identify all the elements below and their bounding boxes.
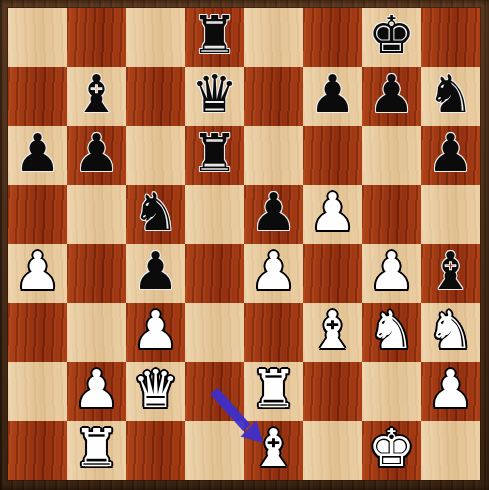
square-b6[interactable]: ♟	[67, 126, 126, 185]
square-g1[interactable]: ♚	[362, 421, 421, 480]
piece-white-knight[interactable]: ♞	[427, 301, 474, 360]
square-f8[interactable]	[303, 8, 362, 67]
square-d5[interactable]	[185, 185, 244, 244]
square-c3[interactable]: ♟	[126, 303, 185, 362]
square-g6[interactable]	[362, 126, 421, 185]
square-h6[interactable]: ♟	[421, 126, 480, 185]
square-g2[interactable]	[362, 362, 421, 421]
square-d6[interactable]: ♜	[185, 126, 244, 185]
piece-black-knight[interactable]: ♞	[132, 183, 179, 242]
square-b7[interactable]: ♝	[67, 67, 126, 126]
square-b1[interactable]: ♜	[67, 421, 126, 480]
square-f3[interactable]: ♝	[303, 303, 362, 362]
piece-white-queen[interactable]: ♛	[132, 360, 179, 419]
square-c6[interactable]	[126, 126, 185, 185]
square-h4[interactable]: ♝	[421, 244, 480, 303]
square-g4[interactable]: ♟	[362, 244, 421, 303]
square-c7[interactable]	[126, 67, 185, 126]
square-a7[interactable]	[8, 67, 67, 126]
square-b5[interactable]	[67, 185, 126, 244]
piece-black-pawn[interactable]: ♟	[427, 124, 474, 183]
piece-white-knight[interactable]: ♞	[368, 301, 415, 360]
piece-white-pawn[interactable]: ♟	[309, 183, 356, 242]
square-e7[interactable]	[244, 67, 303, 126]
piece-white-rook[interactable]: ♜	[250, 360, 297, 419]
square-d8[interactable]: ♜	[185, 8, 244, 67]
piece-white-pawn[interactable]: ♟	[132, 301, 179, 360]
square-c4[interactable]: ♟	[126, 244, 185, 303]
piece-white-king[interactable]: ♚	[368, 419, 415, 478]
square-c5[interactable]: ♞	[126, 185, 185, 244]
square-f1[interactable]	[303, 421, 362, 480]
square-f7[interactable]: ♟	[303, 67, 362, 126]
square-d2[interactable]	[185, 362, 244, 421]
square-e8[interactable]	[244, 8, 303, 67]
square-h8[interactable]	[421, 8, 480, 67]
square-e5[interactable]: ♟	[244, 185, 303, 244]
square-b3[interactable]	[67, 303, 126, 362]
piece-black-pawn[interactable]: ♟	[250, 183, 297, 242]
square-h3[interactable]: ♞	[421, 303, 480, 362]
square-a2[interactable]	[8, 362, 67, 421]
piece-black-bishop[interactable]: ♝	[73, 65, 120, 124]
square-a5[interactable]	[8, 185, 67, 244]
square-f2[interactable]	[303, 362, 362, 421]
piece-white-pawn[interactable]: ♟	[368, 242, 415, 301]
square-e1[interactable]: ♝	[244, 421, 303, 480]
square-d4[interactable]	[185, 244, 244, 303]
square-a3[interactable]	[8, 303, 67, 362]
square-e4[interactable]: ♟	[244, 244, 303, 303]
piece-white-pawn[interactable]: ♟	[427, 360, 474, 419]
piece-black-queen[interactable]: ♛	[191, 65, 238, 124]
piece-black-knight[interactable]: ♞	[427, 65, 474, 124]
piece-white-bishop[interactable]: ♝	[309, 301, 356, 360]
piece-black-king[interactable]: ♚	[368, 6, 415, 65]
piece-black-pawn[interactable]: ♟	[73, 124, 120, 183]
piece-white-pawn[interactable]: ♟	[250, 242, 297, 301]
piece-black-pawn[interactable]: ♟	[368, 65, 415, 124]
square-f4[interactable]	[303, 244, 362, 303]
piece-black-rook[interactable]: ♜	[191, 6, 238, 65]
square-g8[interactable]: ♚	[362, 8, 421, 67]
square-a6[interactable]: ♟	[8, 126, 67, 185]
square-f5[interactable]: ♟	[303, 185, 362, 244]
square-d1[interactable]	[185, 421, 244, 480]
square-b8[interactable]	[67, 8, 126, 67]
piece-black-pawn[interactable]: ♟	[132, 242, 179, 301]
square-h2[interactable]: ♟	[421, 362, 480, 421]
piece-white-bishop[interactable]: ♝	[250, 419, 297, 478]
square-c8[interactable]	[126, 8, 185, 67]
piece-white-rook[interactable]: ♜	[73, 419, 120, 478]
square-c2[interactable]: ♛	[126, 362, 185, 421]
square-h1[interactable]	[421, 421, 480, 480]
square-g3[interactable]: ♞	[362, 303, 421, 362]
square-c1[interactable]	[126, 421, 185, 480]
square-a8[interactable]	[8, 8, 67, 67]
piece-white-pawn[interactable]: ♟	[14, 242, 61, 301]
square-a4[interactable]: ♟	[8, 244, 67, 303]
piece-black-pawn[interactable]: ♟	[309, 65, 356, 124]
piece-black-rook[interactable]: ♜	[191, 124, 238, 183]
square-g7[interactable]: ♟	[362, 67, 421, 126]
piece-white-pawn[interactable]: ♟	[73, 360, 120, 419]
square-a1[interactable]	[8, 421, 67, 480]
square-b4[interactable]	[67, 244, 126, 303]
piece-black-pawn[interactable]: ♟	[14, 124, 61, 183]
square-d3[interactable]	[185, 303, 244, 362]
chess-board: ♜♚♝♛♟♟♞♟♟♜♟♞♟♟♟♟♟♟♝♟♝♞♞♟♛♜♟♜♝♚	[8, 8, 480, 480]
square-f6[interactable]	[303, 126, 362, 185]
board-frame: ♜♚♝♛♟♟♞♟♟♜♟♞♟♟♟♟♟♟♝♟♝♞♞♟♛♜♟♜♝♚	[0, 0, 489, 490]
square-h7[interactable]: ♞	[421, 67, 480, 126]
square-g5[interactable]	[362, 185, 421, 244]
square-e2[interactable]: ♜	[244, 362, 303, 421]
piece-black-bishop[interactable]: ♝	[427, 242, 474, 301]
square-e3[interactable]	[244, 303, 303, 362]
square-b2[interactable]: ♟	[67, 362, 126, 421]
square-h5[interactable]	[421, 185, 480, 244]
square-e6[interactable]	[244, 126, 303, 185]
square-d7[interactable]: ♛	[185, 67, 244, 126]
